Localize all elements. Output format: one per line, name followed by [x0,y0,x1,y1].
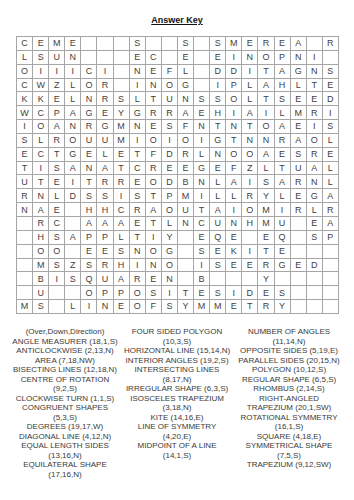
grid-cell: E [81,245,97,259]
grid-cell: E [65,37,81,51]
grid-cell: T [146,189,162,203]
grid-cell: T [258,65,274,79]
grid-cell: I [33,162,49,176]
grid-cell: G [275,259,291,273]
grid-cell: T [258,92,274,106]
grid-cell: G [178,79,194,93]
grid-cell: E [130,51,146,65]
grid-cell [162,37,178,51]
grid-cell: E [226,300,242,314]
grid-cell: I [323,106,339,120]
grid-cell [242,231,258,245]
grid-cell: M [178,189,194,203]
grid-cell: E [146,272,162,286]
grid-cell [17,245,33,259]
grid-cell: O [33,245,49,259]
word-entry: OPPOSITE SIDES (5,19,E) [236,346,343,356]
grid-cell: L [242,79,258,93]
grid-cell: E [130,175,146,189]
grid-cell: O [146,245,162,259]
grid-cell: K [226,245,242,259]
grid-cell: C [33,106,49,120]
grid-cell: R [114,175,130,189]
grid-cell: Z [65,259,81,273]
grid-cell: I [242,175,258,189]
grid-cell: I [194,134,210,148]
grid-cell: U [178,203,194,217]
grid-cell: N [130,65,146,79]
grid-cell: H [81,203,97,217]
grid-cell: R [258,300,274,314]
grid-cell: I [81,300,97,314]
grid-cell: L [17,51,33,65]
grid-cell: I [130,134,146,148]
grid-cell: T [33,175,49,189]
grid-cell [49,300,65,314]
grid-cell: B [178,175,194,189]
grid-cell: N [210,148,226,162]
grid-cell: A [114,217,130,231]
grid-cell: U [49,51,65,65]
grid-cell: L [307,203,323,217]
grid-cell: E [323,148,339,162]
grid-cell [114,51,130,65]
grid-cell: A [307,162,323,176]
grid-cell [291,300,307,314]
grid-cell: Q [81,272,97,286]
grid-cell: T [130,148,146,162]
grid-cell: L [178,65,194,79]
grid-cell [162,51,178,65]
grid-cell: O [226,148,242,162]
grid-cell: I [194,189,210,203]
word-entry: INTERSECTING LINES (8,17,N) [124,365,231,384]
grid-cell [146,37,162,51]
grid-cell: C [33,148,49,162]
grid-cell: U [291,162,307,176]
page-title: Answer Key [0,15,354,25]
grid-cell: P [114,286,130,300]
grid-cell: E [226,231,242,245]
grid-cell: Y [258,272,274,286]
grid-cell: T [307,79,323,93]
word-list: (Over,Down,Direction) ANGLE MEASURER (18… [0,327,354,479]
grid-cell: R [97,175,113,189]
grid-cell: L [162,217,178,231]
grid-cell: E [194,286,210,300]
grid-cell: L [49,189,65,203]
grid-cell: L [291,79,307,93]
grid-cell: S [17,134,33,148]
grid-cell [17,231,33,245]
grid-cell: S [258,175,274,189]
grid-cell: O [258,120,274,134]
grid-cell: A [291,37,307,51]
grid-cell: S [162,300,178,314]
grid-cell: C [17,37,33,51]
grid-cell [194,37,210,51]
grid-cell: S [65,272,81,286]
grid-cell: E [242,259,258,273]
grid-cell: Y [258,189,274,203]
grid-cell: F [226,162,242,176]
word-entry: DIAGONAL LINE (4,12,N) [12,432,119,442]
grid-cell: O [307,134,323,148]
grid-cell: R [97,259,113,273]
grid-cell: A [97,217,113,231]
grid-cell: G [162,245,178,259]
grid-cell: N [242,51,258,65]
grid-cell: E [258,231,274,245]
grid-cell: L [97,148,113,162]
word-entry: RIGHT-ANGLED TRAPEZIUM (20,1,SW) [236,394,343,413]
grid-cell: W [33,79,49,93]
grid-cell: R [81,120,97,134]
grid-cell: O [162,203,178,217]
word-entry: TRAPEZIUM (9,12,SW) [236,460,343,470]
grid-cell [323,259,339,273]
grid-cell: E [291,259,307,273]
grid-cell: S [81,259,97,273]
grid-cell [114,37,130,51]
grid-cell: G [291,65,307,79]
grid-cell [178,245,194,259]
grid-cell: N [97,300,113,314]
grid-cell: U [275,217,291,231]
grid-cell [97,51,113,65]
grid-cell: H [210,106,226,120]
grid-cell: A [97,162,113,176]
grid-cell: R [258,37,274,51]
grid-cell: A [258,148,274,162]
grid-cell: M [114,120,130,134]
grid-cell: I [17,120,33,134]
grid-cell: R [307,106,323,120]
grid-cell: D [307,259,323,273]
grid-cell: E [17,148,33,162]
grid-cell [307,286,323,300]
word-entry: CONGRUENT SHAPES (5,3,S) [12,403,119,422]
grid-cell: F [146,300,162,314]
grid-cell: R [97,79,113,93]
word-entry: INTERIOR ANGLES (19,2,S) [124,356,231,366]
grid-cell: R [146,162,162,176]
grid-cell: P [323,231,339,245]
grid-cell: N [226,120,242,134]
grid-cell: S [162,120,178,134]
word-entry: LINE OF SYMMETRY (4,20,E) [124,422,231,441]
grid-cell: N [33,189,49,203]
grid-cell: N [65,120,81,134]
word-entry: EQUAL LENGTH SIDES (13,16,N) [12,441,119,460]
grid-cell: E [178,162,194,176]
grid-cell: L [130,92,146,106]
grid-cell: Q [275,231,291,245]
grid-cell: E [291,189,307,203]
grid-cell: R [97,92,113,106]
grid-cell [178,231,194,245]
grid-cell: N [194,120,210,134]
grid-cell [307,300,323,314]
grid-cell: I [242,65,258,79]
grid-cell: U [162,92,178,106]
grid-cell: L [210,175,226,189]
grid-cell: Y [114,106,130,120]
grid-cell: R [49,134,65,148]
grid-cell: L [242,92,258,106]
grid-cell: I [162,286,178,300]
grid-cell [178,272,194,286]
grid-cell [81,37,97,51]
grid-cell [307,272,323,286]
grid-cell [307,245,323,259]
grid-cell: P [97,231,113,245]
grid-cell: T [130,231,146,245]
grid-cell: E [49,175,65,189]
grid-cell: O [146,175,162,189]
grid-cell [65,245,81,259]
grid-cell: G [307,189,323,203]
grid-cell: A [65,231,81,245]
grid-cell: E [97,245,113,259]
grid-cell: L [194,148,210,162]
grid-cell: H [97,203,113,217]
grid-cell: E [275,37,291,51]
grid-cell: A [33,203,49,217]
grid-cell: A [114,272,130,286]
grid-cell: U [97,134,113,148]
grid-cell: L [65,79,81,93]
grid-cell [17,272,33,286]
grid-cell: R [291,203,307,217]
grid-cell: S [97,189,113,203]
grid-cell: A [81,217,97,231]
grid-cell: L [114,231,130,245]
grid-cell: T [258,245,274,259]
word-entry: SYMMETRICAL SHAPE (7,5,S) [236,441,343,460]
word-entry: DEGREES (19,17,W) [12,422,119,432]
grid-cell: N [81,162,97,176]
grid-cell: G [194,162,210,176]
grid-cell: P [49,106,65,120]
grid-cell: T [178,286,194,300]
grid-cell: I [307,120,323,134]
grid-cell: I [226,106,242,120]
grid-cell: E [194,231,210,245]
grid-cell: Y [162,231,178,245]
grid-cell: S [210,37,226,51]
grid-cell: E [210,51,226,65]
grid-cell: D [210,65,226,79]
grid-cell: I [226,51,242,65]
grid-cell: A [65,106,81,120]
grid-cell [307,37,323,51]
grid-cell: P [81,231,97,245]
grid-cell: L [65,300,81,314]
grid-cell: E [210,245,226,259]
grid-cell: R [33,217,49,231]
grid-cell: L [275,189,291,203]
grid-cell: M [49,37,65,51]
grid-cell: M [33,259,49,273]
word-entry: AREA (7,18,NW) [12,356,119,366]
grid-cell: I [130,79,146,93]
grid-cell: E [49,92,65,106]
grid-cell: K [33,92,49,106]
grid-cell: A [226,175,242,189]
grid-cell: A [275,175,291,189]
grid-cell: C [17,79,33,93]
grid-cell [194,79,210,93]
grid-cell [323,245,339,259]
grid-cell: D [65,189,81,203]
grid-cell: M [114,134,130,148]
grid-cell: S [275,92,291,106]
grid-cell: S [146,286,162,300]
grid-cell: T [194,203,210,217]
grid-cell: O [146,134,162,148]
grid-cell: U [97,272,113,286]
grid-cell [114,65,130,79]
word-list-column: (Over,Down,Direction) ANGLE MEASURER (18… [12,327,119,479]
grid-cell: O [130,300,146,314]
grid-cell: L [323,175,339,189]
grid-cell [81,51,97,65]
grid-cell: G [81,106,97,120]
grid-cell: I [226,286,242,300]
grid-cell: A [210,203,226,217]
grid-cell: Q [210,231,226,245]
grid-cell: E [146,65,162,79]
word-entry: SQUARE (4,18,E) [236,432,343,442]
grid-cell: E [307,217,323,231]
grid-cell: M [258,203,274,217]
grid-cell [210,272,226,286]
grid-cell: E [178,51,194,65]
grid-cell: M [194,300,210,314]
grid-cell: R [130,203,146,217]
grid-cell: U [33,286,49,300]
grid-cell: I [258,106,274,120]
grid-cell: I [226,203,242,217]
grid-cell: C [81,65,97,79]
grid-cell: U [17,175,33,189]
word-entry: BISECTING LINES (12,18,N) [12,365,119,375]
grid-cell: S [291,148,307,162]
grid-cell: N [81,92,97,106]
grid-cell [291,286,307,300]
grid-cell: A [242,106,258,120]
grid-cell: O [17,65,33,79]
grid-cell: I [146,231,162,245]
grid-cell: T [242,120,258,134]
grid-cell: I [210,79,226,93]
grid-cell: N [242,134,258,148]
grid-cell: M [226,37,242,51]
grid-cell: S [307,231,323,245]
grid-cell: I [130,259,146,273]
grid-cell: E [242,37,258,51]
grid-cell [291,217,307,231]
grid-cell: T [210,120,226,134]
grid-cell [65,203,81,217]
grid-cell: S [210,92,226,106]
grid-cell: T [275,162,291,176]
word-entry: PARALLEL SIDES (20,15,N) [236,356,343,366]
grid-cell: I [65,65,81,79]
grid-cell: T [146,92,162,106]
grid-cell: S [33,51,49,65]
grid-cell: H [242,217,258,231]
word-entry: CENTRE OF ROTATION (9,2,S) [12,375,119,394]
grid-cell: N [226,217,242,231]
grid-cell: S [81,189,97,203]
grid-cell: L [65,92,81,106]
grid-cell: R [323,37,339,51]
grid-cell: I [33,65,49,79]
grid-cell: O [81,286,97,300]
grid-cell: P [226,79,242,93]
grid-cell [226,272,242,286]
grid-cell [323,300,339,314]
grid-cell: C [194,217,210,231]
grid-cell: N [194,175,210,189]
grid-cell [323,272,339,286]
grid-cell: H [275,79,291,93]
grid-cell: U [81,134,97,148]
grid-cell: N [65,51,81,65]
word-entry: ANGLE MEASURER (18,1,S) [12,337,119,347]
grid-cell: L [323,134,339,148]
grid-cell: R [275,134,291,148]
grid-cell: A [275,65,291,79]
grid-cell: O [242,203,258,217]
grid-cell: G [210,134,226,148]
word-search-grid: CEMESSSMEREARLSUNECEEINOPNIOIIICINEFLDDI… [16,36,339,314]
grid-cell: S [114,245,130,259]
grid-cell: O [65,134,81,148]
grid-cell: S [114,92,130,106]
grid-cell: R [323,203,339,217]
word-entry: ANTICLOCKWISE (2,13,N) [12,346,119,356]
grid-cell: N [130,245,146,259]
grid-cell: O [178,134,194,148]
grid-cell: D [323,92,339,106]
grid-cell: S [49,231,65,245]
word-entry: KITE (14,16,E) [124,413,231,423]
grid-cell: G [65,148,81,162]
grid-cell: E [162,162,178,176]
grid-cell [275,272,291,286]
grid-cell: S [194,245,210,259]
word-entry: FOUR SIDED POLYGON (10,3,S) [124,327,231,346]
grid-cell: K [17,92,33,106]
grid-cell: S [178,37,194,51]
grid-cell: L [210,189,226,203]
grid-cell: L [226,189,242,203]
grid-cell [97,37,113,51]
grid-cell: N [258,134,274,148]
grid-cell: R [291,175,307,189]
grid-cell [17,259,33,273]
grid-cell: P [275,51,291,65]
grid-cell: P [162,189,178,203]
grid-cell [194,65,210,79]
grid-cell: R [162,106,178,120]
grid-cell: O [130,286,146,300]
grid-cell: T [226,134,242,148]
grid-cell: E [307,92,323,106]
